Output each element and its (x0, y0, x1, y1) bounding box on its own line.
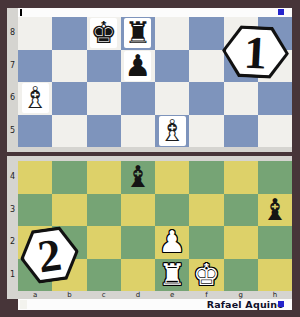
rank-label-4: 4 (7, 161, 18, 194)
file-labels-board-2: abcdefgh (18, 291, 292, 299)
square-c3 (87, 194, 121, 227)
black-rook-d8: ♜ (121, 17, 155, 50)
file-label-e: e (155, 291, 189, 299)
black-rook-icon: ♜ (121, 17, 155, 50)
square-g1 (224, 259, 258, 292)
square-e6 (155, 82, 189, 115)
square-e4 (155, 161, 189, 194)
author-credit: Rafael Aquino (207, 299, 284, 310)
square-d1 (121, 259, 155, 292)
file-label-a: a (18, 291, 52, 299)
white-pawn-e2: ♟ (155, 226, 189, 259)
square-b4 (52, 161, 86, 194)
square-h4 (258, 161, 292, 194)
black-bishop-icon: ♝ (258, 194, 292, 227)
square-f2 (189, 226, 223, 259)
square-d6 (121, 82, 155, 115)
square-g2 (224, 226, 258, 259)
file-label-f: f (189, 291, 223, 299)
square-h1 (258, 259, 292, 292)
rank-label-1: 1 (7, 259, 18, 292)
file-label-b: b (52, 291, 86, 299)
square-h5 (258, 115, 292, 148)
caption-field-top[interactable] (18, 8, 292, 17)
board-edge-strip (7, 147, 292, 152)
rank-labels-board-2: 4321 (7, 161, 18, 291)
square-b3 (52, 194, 86, 227)
square-d5 (121, 115, 155, 148)
square-g3 (224, 194, 258, 227)
rank-label-7: 7 (7, 50, 18, 83)
square-c7 (87, 50, 121, 83)
square-g6 (224, 82, 258, 115)
white-bishop-icon: ♗ (18, 82, 52, 115)
black-pawn-icon: ♟ (121, 50, 155, 83)
square-e3 (155, 194, 189, 227)
square-a4 (18, 161, 52, 194)
square-f6 (189, 82, 223, 115)
square-c6 (87, 82, 121, 115)
white-pawn-icon: ♟ (155, 226, 189, 259)
square-a7 (18, 50, 52, 83)
square-b5 (52, 115, 86, 148)
file-label-h: h (258, 291, 292, 299)
square-d2 (121, 226, 155, 259)
file-label-g: g (224, 291, 258, 299)
black-bishop-d4: ♝ (121, 161, 155, 194)
blue-square-marker-icon (278, 301, 284, 307)
rank-label-3: 3 (7, 194, 18, 227)
square-c2 (87, 226, 121, 259)
square-h6 (258, 82, 292, 115)
square-f7 (189, 50, 223, 83)
white-king-icon: ♚ (189, 259, 223, 292)
square-f4 (189, 161, 223, 194)
square-a5 (18, 115, 52, 148)
black-bishop-icon: ♝ (121, 161, 155, 194)
white-bishop-a6: ♗ (18, 82, 52, 115)
file-label-c: c (87, 291, 121, 299)
square-a3 (18, 194, 52, 227)
page: ♚♜♟♗♗ ♝♝♟♜♚ 8765 4321 abcdefgh 1 2 Rafae… (0, 0, 300, 317)
square-d3 (121, 194, 155, 227)
file-label-d: d (121, 291, 155, 299)
white-king-f1: ♚ (189, 259, 223, 292)
square-f5 (189, 115, 223, 148)
black-king-icon: ♚ (87, 17, 121, 50)
square-g4 (224, 161, 258, 194)
rank-label-8: 8 (7, 17, 18, 50)
square-e8 (155, 17, 189, 50)
rank-label-6: 6 (7, 82, 18, 115)
white-rook-e1: ♜ (155, 259, 189, 292)
black-pawn-d7: ♟ (121, 50, 155, 83)
white-bishop-icon: ♗ (155, 115, 189, 148)
square-h2 (258, 226, 292, 259)
square-a8 (18, 17, 52, 50)
square-b8 (52, 17, 86, 50)
square-g5 (224, 115, 258, 148)
white-bishop-e5: ♗ (155, 115, 189, 148)
puzzle-number-1: 1 (221, 22, 291, 81)
rank-labels-board-1: 8765 (7, 17, 18, 147)
blue-square-marker-icon (278, 9, 284, 15)
caption-placeholder-box (20, 300, 27, 309)
square-e7 (155, 50, 189, 83)
square-b6 (52, 82, 86, 115)
black-king-c8: ♚ (87, 17, 121, 50)
square-c5 (87, 115, 121, 148)
square-c4 (87, 161, 121, 194)
puzzle-number-2: 2 (16, 222, 82, 288)
square-c1 (87, 259, 121, 292)
text-cursor (20, 9, 22, 16)
white-rook-icon: ♜ (155, 259, 189, 292)
puzzle-number-badge-1: 1 (221, 22, 291, 81)
rank-label-5: 5 (7, 115, 18, 148)
puzzle-number-badge-2: 2 (16, 222, 82, 288)
square-f8 (189, 17, 223, 50)
square-f3 (189, 194, 223, 227)
black-bishop-h3: ♝ (258, 194, 292, 227)
square-b7 (52, 50, 86, 83)
